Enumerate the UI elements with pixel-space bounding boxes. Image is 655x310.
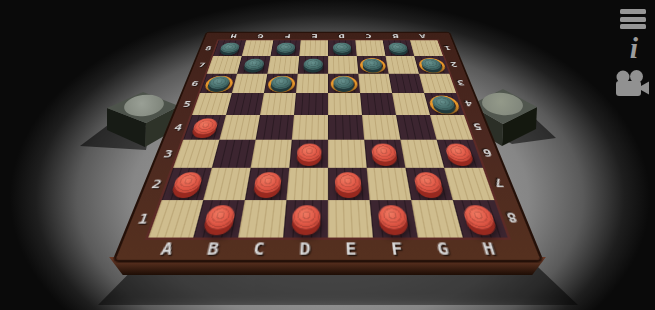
square-d1[interactable]: [283, 200, 328, 237]
red-piece-f1[interactable]: [377, 205, 408, 229]
square-e2[interactable]: [328, 168, 370, 200]
file-label-far-h: H: [219, 33, 248, 41]
file-labels-far: HGFEDCBA: [219, 33, 438, 41]
square-a7[interactable]: [207, 56, 242, 73]
file-label-far-a: A: [408, 33, 437, 41]
square-b6[interactable]: [232, 74, 268, 93]
square-b1[interactable]: [193, 200, 245, 237]
square-b7[interactable]: [237, 56, 270, 73]
menu-icon: [620, 24, 646, 29]
square-c5[interactable]: [260, 93, 296, 115]
square-c7[interactable]: [267, 56, 299, 73]
square-e4[interactable]: [328, 115, 364, 140]
square-d4[interactable]: [292, 115, 328, 140]
square-h7[interactable]: [414, 56, 449, 73]
square-c2[interactable]: [245, 168, 289, 200]
file-labels-near: ABCDEFGH: [140, 238, 515, 260]
dark-piece-c8[interactable]: [276, 43, 295, 53]
square-c3[interactable]: [251, 140, 292, 168]
file-label-near-d: D: [281, 238, 328, 260]
file-label-near-a: A: [140, 238, 193, 260]
game-scene: HGFEDCBA ABCDEFGH 87654321 12345678 i: [0, 0, 655, 310]
square-d3[interactable]: [289, 140, 328, 168]
square-e1[interactable]: [328, 200, 373, 237]
video-camera-icon: [614, 70, 650, 98]
square-b5[interactable]: [226, 93, 264, 115]
square-e3[interactable]: [328, 140, 367, 168]
info-icon: i: [630, 31, 638, 64]
square-c1[interactable]: [238, 200, 286, 237]
square-f7[interactable]: [357, 56, 389, 73]
file-label-near-e: E: [328, 238, 375, 260]
red-piece-b1[interactable]: [203, 205, 236, 229]
file-label-far-f: F: [273, 33, 301, 41]
square-f6[interactable]: [358, 74, 392, 93]
square-f3[interactable]: [364, 140, 405, 168]
file-label-far-b: B: [381, 33, 410, 41]
square-g7[interactable]: [386, 56, 419, 73]
square-g8[interactable]: [383, 40, 415, 56]
square-e5[interactable]: [328, 93, 362, 115]
square-c8[interactable]: [270, 40, 300, 56]
red-piece-h3[interactable]: [444, 144, 474, 162]
dark-piece-a8[interactable]: [219, 43, 240, 53]
square-d2[interactable]: [286, 168, 328, 200]
square-b8[interactable]: [242, 40, 274, 56]
file-label-far-g: G: [246, 33, 275, 41]
dark-piece-f7[interactable]: [362, 59, 383, 70]
square-b4[interactable]: [219, 115, 260, 140]
square-e8[interactable]: [328, 40, 357, 56]
square-f8[interactable]: [355, 40, 385, 56]
file-label-near-h: H: [463, 238, 516, 260]
file-label-far-e: E: [301, 33, 328, 41]
dark-piece-g8[interactable]: [388, 43, 408, 53]
square-e6[interactable]: [328, 74, 360, 93]
file-label-near-b: B: [187, 238, 238, 260]
red-piece-d3[interactable]: [297, 144, 322, 162]
square-a8[interactable]: [213, 40, 246, 56]
red-piece-c2[interactable]: [253, 172, 282, 193]
square-b3[interactable]: [212, 140, 256, 168]
camera-button[interactable]: [614, 70, 650, 98]
file-label-far-d: D: [328, 33, 355, 41]
dark-piece-b7[interactable]: [243, 59, 265, 70]
dark-piece-e8[interactable]: [333, 43, 352, 53]
red-piece-h1[interactable]: [462, 205, 497, 229]
dark-piece-d7[interactable]: [303, 59, 323, 70]
square-f1[interactable]: [370, 200, 418, 237]
file-label-near-c: C: [234, 238, 283, 260]
square-f4[interactable]: [362, 115, 400, 140]
red-piece-a4[interactable]: [191, 118, 219, 134]
square-b2[interactable]: [203, 168, 250, 200]
red-piece-a2[interactable]: [171, 172, 203, 193]
menu-icon: [620, 9, 646, 14]
red-piece-e2[interactable]: [335, 172, 362, 193]
square-f5[interactable]: [360, 93, 396, 115]
square-d7[interactable]: [298, 56, 328, 73]
square-h6[interactable]: [419, 74, 456, 93]
file-label-near-f: F: [373, 238, 422, 260]
menu-button[interactable]: [620, 9, 646, 32]
square-h8[interactable]: [410, 40, 443, 56]
square-d6[interactable]: [296, 74, 328, 93]
square-d8[interactable]: [299, 40, 328, 56]
red-piece-g2[interactable]: [413, 172, 444, 193]
info-button[interactable]: i: [622, 33, 646, 63]
square-d5[interactable]: [294, 93, 328, 115]
file-label-near-g: G: [418, 238, 469, 260]
red-piece-f3[interactable]: [371, 144, 398, 162]
file-label-far-c: C: [355, 33, 383, 41]
square-f2[interactable]: [367, 168, 411, 200]
menu-icon: [620, 17, 646, 22]
dark-piece-e6[interactable]: [333, 76, 354, 89]
square-c6[interactable]: [264, 74, 298, 93]
red-piece-d1[interactable]: [292, 205, 321, 229]
square-c4[interactable]: [256, 115, 294, 140]
square-e7[interactable]: [328, 56, 358, 73]
